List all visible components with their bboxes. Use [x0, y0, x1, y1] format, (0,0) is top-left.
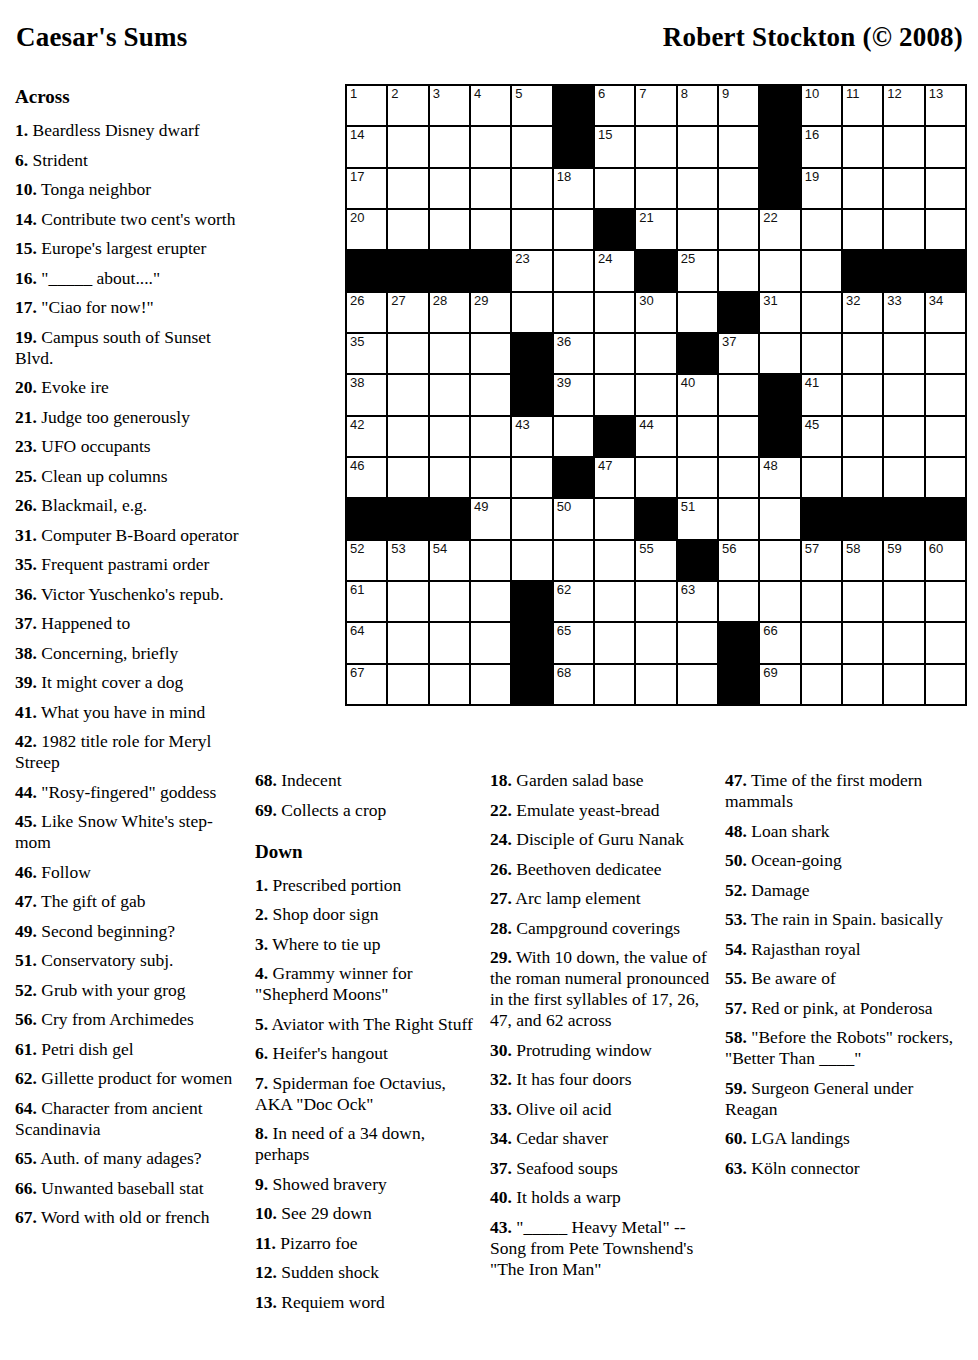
- cell-number: 61: [350, 583, 364, 596]
- grid-cell[interactable]: [719, 127, 758, 166]
- black-cell: [554, 127, 593, 166]
- grid-cell[interactable]: [926, 417, 965, 456]
- grid-cell[interactable]: [843, 623, 882, 662]
- grid-cell[interactable]: [802, 251, 841, 290]
- grid-cell[interactable]: [430, 334, 469, 373]
- clue-down-8: 8 In need of a 34 down, perhaps: [255, 1123, 482, 1165]
- grid-cell[interactable]: [802, 665, 841, 704]
- clue-number: 54: [725, 939, 747, 959]
- grid-cell[interactable]: 3: [430, 86, 469, 125]
- black-cell: [760, 417, 799, 456]
- black-cell: [595, 417, 634, 456]
- grid-cell[interactable]: [636, 169, 675, 208]
- grid-cell[interactable]: 28: [430, 293, 469, 332]
- clue-across-25: 25 Clean up columns: [15, 466, 248, 487]
- black-cell: [636, 499, 675, 538]
- grid-cell[interactable]: [678, 293, 717, 332]
- grid-cell[interactable]: [471, 169, 510, 208]
- grid-cell[interactable]: [636, 375, 675, 414]
- grid-cell[interactable]: 14: [347, 127, 386, 166]
- grid-cell[interactable]: [636, 127, 675, 166]
- grid-cell[interactable]: 36: [554, 334, 593, 373]
- cell-number: 35: [350, 335, 364, 348]
- cell-number: 32: [846, 294, 860, 307]
- grid-cell[interactable]: 47: [595, 458, 634, 497]
- clue-text: Collects a crop: [281, 800, 386, 820]
- grid-cell[interactable]: 41: [802, 375, 841, 414]
- grid-cell[interactable]: 54: [430, 541, 469, 580]
- grid-cell[interactable]: [678, 169, 717, 208]
- clue-down-12: 12 Sudden shock: [255, 1262, 482, 1283]
- grid-cell[interactable]: [884, 665, 923, 704]
- black-cell: [347, 251, 386, 290]
- clue-number: 37: [490, 1158, 512, 1178]
- grid-cell[interactable]: 7: [636, 86, 675, 125]
- grid-cell[interactable]: [884, 582, 923, 621]
- grid-cell[interactable]: 13: [926, 86, 965, 125]
- cell-number: 67: [350, 666, 364, 679]
- clue-number: 35: [15, 554, 37, 574]
- clue-across-1: 1 Beardless Disney dwarf: [15, 120, 248, 141]
- clue-number: 41: [15, 702, 37, 722]
- grid-cell[interactable]: 20: [347, 210, 386, 249]
- grid-cell[interactable]: [430, 623, 469, 662]
- grid-cell[interactable]: 42: [347, 417, 386, 456]
- grid-cell[interactable]: [719, 210, 758, 249]
- grid-cell[interactable]: 12: [884, 86, 923, 125]
- grid-cell[interactable]: [388, 334, 427, 373]
- clue-text: Aviator with The Right Stuff: [272, 1014, 473, 1034]
- clue-number: 33: [490, 1099, 512, 1119]
- cell-number: 29: [474, 294, 488, 307]
- cell-number: 7: [639, 87, 646, 100]
- cell-number: 16: [805, 128, 819, 141]
- grid-cell[interactable]: 21: [636, 210, 675, 249]
- down-clue-list-2: 18 Garden salad base22 Emulate yeast-bre…: [490, 770, 717, 1288]
- grid-cell[interactable]: 37: [719, 334, 758, 373]
- grid-cell[interactable]: [636, 623, 675, 662]
- grid-cell[interactable]: [760, 334, 799, 373]
- grid-cell[interactable]: 51: [678, 499, 717, 538]
- grid-cell[interactable]: 4: [471, 86, 510, 125]
- grid-cell[interactable]: 49: [471, 499, 510, 538]
- page-header: Caesar's Sums Robert Stockton (© 2008): [16, 22, 963, 53]
- clue-text: The gift of gab: [41, 891, 145, 911]
- grid-cell[interactable]: [843, 334, 882, 373]
- grid-cell[interactable]: [595, 334, 634, 373]
- grid-cell[interactable]: [388, 417, 427, 456]
- grid-cell[interactable]: [554, 541, 593, 580]
- black-cell: [719, 293, 758, 332]
- grid-cell[interactable]: [843, 665, 882, 704]
- grid-cell[interactable]: 23: [512, 251, 551, 290]
- grid-cell[interactable]: 62: [554, 582, 593, 621]
- grid-cell[interactable]: [595, 169, 634, 208]
- clue-number: 53: [725, 909, 747, 929]
- grid-cell[interactable]: [471, 210, 510, 249]
- grid-cell[interactable]: [843, 127, 882, 166]
- grid-cell[interactable]: 19: [802, 169, 841, 208]
- black-cell: [719, 623, 758, 662]
- grid-cell[interactable]: [471, 375, 510, 414]
- grid-cell[interactable]: [430, 582, 469, 621]
- grid-cell[interactable]: [595, 541, 634, 580]
- clue-number: 58: [725, 1027, 747, 1047]
- clue-across-36: 36 Victor Yuschenko's repub.: [15, 584, 248, 605]
- clue-number: 22: [490, 800, 512, 820]
- clue-down-1: 1 Prescribed portion: [255, 875, 482, 896]
- grid-cell[interactable]: [388, 665, 427, 704]
- black-cell: [554, 458, 593, 497]
- grid-cell[interactable]: [636, 665, 675, 704]
- grid-cell[interactable]: [802, 623, 841, 662]
- grid-cell[interactable]: [802, 293, 841, 332]
- clue-across-42: 42 1982 title role for Meryl Streep: [15, 731, 248, 773]
- clue-text: Campus south of Sunset Blvd.: [15, 327, 211, 368]
- grid-cell[interactable]: 30: [636, 293, 675, 332]
- grid-cell[interactable]: 46: [347, 458, 386, 497]
- grid-cell[interactable]: [430, 210, 469, 249]
- grid-cell[interactable]: [926, 458, 965, 497]
- clue-number: 28: [490, 918, 512, 938]
- grid-cell[interactable]: [554, 293, 593, 332]
- grid-cell[interactable]: 60: [926, 541, 965, 580]
- grid-cell[interactable]: [430, 127, 469, 166]
- clue-down-26: 26 Beethoven dedicatee: [490, 859, 717, 880]
- grid-cell[interactable]: [678, 665, 717, 704]
- grid-cell[interactable]: 55: [636, 541, 675, 580]
- clue-down-59: 59 Surgeon General under Reagan: [725, 1078, 969, 1120]
- clue-across-21: 21 Judge too generously: [15, 407, 248, 428]
- grid-cell[interactable]: 6: [595, 86, 634, 125]
- clue-down-53: 53 The rain in Spain. basically: [725, 909, 969, 930]
- clue-text: Blackmail, e.g.: [41, 495, 147, 515]
- cell-number: 51: [681, 500, 695, 513]
- crossword-grid: 1234567891011121314151617181920212223242…: [345, 84, 967, 706]
- grid-cell[interactable]: [471, 417, 510, 456]
- page-title: Caesar's Sums: [16, 22, 187, 53]
- clue-across-41: 41 What you have in mind: [15, 702, 248, 723]
- clue-text: 1982 title role for Meryl Streep: [15, 731, 211, 772]
- grid-cell[interactable]: [884, 334, 923, 373]
- grid-cell[interactable]: [595, 293, 634, 332]
- grid-cell[interactable]: 8: [678, 86, 717, 125]
- grid-cell[interactable]: [636, 582, 675, 621]
- grid-cell[interactable]: [760, 582, 799, 621]
- clue-across-17: 17 "Ciao for now!": [15, 297, 248, 318]
- grid-cell[interactable]: [471, 541, 510, 580]
- grid-cell[interactable]: [636, 458, 675, 497]
- grid-cell[interactable]: 57: [802, 541, 841, 580]
- grid-cell[interactable]: [926, 582, 965, 621]
- grid-cell[interactable]: 5: [512, 86, 551, 125]
- clue-down-28: 28 Campground coverings: [490, 918, 717, 939]
- clue-text: Victor Yuschenko's repub.: [41, 584, 224, 604]
- grid-cell[interactable]: 17: [347, 169, 386, 208]
- grid-cell[interactable]: [719, 251, 758, 290]
- grid-cell[interactable]: [512, 210, 551, 249]
- clue-text: Tonga neighbor: [41, 179, 151, 199]
- across-clue-list: 1 Beardless Disney dwarf6 Strident10 Ton…: [15, 120, 248, 1228]
- grid-cell[interactable]: [430, 375, 469, 414]
- black-cell: [388, 499, 427, 538]
- grid-cell[interactable]: [388, 582, 427, 621]
- clue-number: 10: [15, 179, 37, 199]
- clue-across-31: 31 Computer B-Board operator: [15, 525, 248, 546]
- grid-cell[interactable]: [802, 458, 841, 497]
- grid-cell[interactable]: [512, 127, 551, 166]
- grid-cell[interactable]: [471, 458, 510, 497]
- grid-cell[interactable]: 10: [802, 86, 841, 125]
- grid-cell[interactable]: [719, 417, 758, 456]
- grid-cell[interactable]: 38: [347, 375, 386, 414]
- grid-cell[interactable]: [884, 375, 923, 414]
- grid-cell[interactable]: [719, 375, 758, 414]
- clue-number: 27: [490, 888, 512, 908]
- grid-cell[interactable]: 11: [843, 86, 882, 125]
- grid-cell[interactable]: [926, 665, 965, 704]
- grid-cell[interactable]: [926, 169, 965, 208]
- clue-down-63: 63 Köln connector: [725, 1158, 969, 1179]
- grid-cell[interactable]: [636, 334, 675, 373]
- grid-cell[interactable]: [388, 127, 427, 166]
- clue-down-3: 3 Where to tie up: [255, 934, 482, 955]
- black-cell: [719, 665, 758, 704]
- clue-text: Clean up columns: [41, 466, 167, 486]
- clue-number: 68: [255, 770, 277, 790]
- grid-cell[interactable]: 24: [595, 251, 634, 290]
- clue-text: "Before the Robots" rockers, "Better Tha…: [725, 1027, 953, 1068]
- grid-cell[interactable]: 58: [843, 541, 882, 580]
- grid-cell[interactable]: [430, 417, 469, 456]
- grid-cell[interactable]: [554, 251, 593, 290]
- grid-cell[interactable]: [678, 127, 717, 166]
- grid-cell[interactable]: 1: [347, 86, 386, 125]
- grid-cell[interactable]: 45: [802, 417, 841, 456]
- grid-cell[interactable]: [430, 458, 469, 497]
- black-cell: [884, 251, 923, 290]
- clue-number: 40: [490, 1187, 512, 1207]
- grid-cell[interactable]: [554, 417, 593, 456]
- clue-down-18: 18 Garden salad base: [490, 770, 717, 791]
- down-header: Down: [255, 841, 482, 863]
- grid-cell[interactable]: [471, 127, 510, 166]
- clue-down-13: 13 Requiem word: [255, 1292, 482, 1313]
- grid-cell[interactable]: 68: [554, 665, 593, 704]
- grid-cell[interactable]: [843, 169, 882, 208]
- grid-cell[interactable]: 66: [760, 623, 799, 662]
- grid-cell[interactable]: [512, 293, 551, 332]
- grid-cell[interactable]: 32: [843, 293, 882, 332]
- cell-number: 30: [639, 294, 653, 307]
- cell-number: 3: [433, 87, 440, 100]
- clue-text: Frequent pastrami order: [41, 554, 209, 574]
- grid-cell[interactable]: [760, 541, 799, 580]
- grid-cell[interactable]: [760, 251, 799, 290]
- cell-number: 13: [929, 87, 943, 100]
- grid-cell[interactable]: 33: [884, 293, 923, 332]
- grid-cell[interactable]: 59: [884, 541, 923, 580]
- grid-cell[interactable]: [512, 499, 551, 538]
- grid-cell[interactable]: 39: [554, 375, 593, 414]
- grid-cell[interactable]: 40: [678, 375, 717, 414]
- grid-cell[interactable]: [678, 458, 717, 497]
- grid-cell[interactable]: [926, 334, 965, 373]
- grid-cell[interactable]: 61: [347, 582, 386, 621]
- grid-cell[interactable]: [471, 582, 510, 621]
- grid-cell[interactable]: [388, 169, 427, 208]
- grid-cell[interactable]: 65: [554, 623, 593, 662]
- cell-number: 26: [350, 294, 364, 307]
- grid-cell[interactable]: [926, 210, 965, 249]
- grid-cell[interactable]: 50: [554, 499, 593, 538]
- grid-cell[interactable]: [554, 210, 593, 249]
- grid-cell[interactable]: [512, 541, 551, 580]
- grid-cell[interactable]: [388, 210, 427, 249]
- grid-cell[interactable]: 53: [388, 541, 427, 580]
- grid-cell[interactable]: 64: [347, 623, 386, 662]
- grid-cell[interactable]: 22: [760, 210, 799, 249]
- clue-text: Time of the first modern mammals: [725, 770, 922, 811]
- grid-cell[interactable]: [884, 417, 923, 456]
- grid-cell[interactable]: [388, 458, 427, 497]
- grid-cell[interactable]: [678, 417, 717, 456]
- grid-cell[interactable]: 35: [347, 334, 386, 373]
- grid-cell[interactable]: [512, 458, 551, 497]
- cell-number: 42: [350, 418, 364, 431]
- clue-number: 21: [15, 407, 37, 427]
- clue-number: 17: [15, 297, 37, 317]
- grid-cell[interactable]: 2: [388, 86, 427, 125]
- cell-number: 1: [350, 87, 357, 100]
- grid-cell[interactable]: [926, 623, 965, 662]
- cell-number: 14: [350, 128, 364, 141]
- grid-cell[interactable]: [843, 458, 882, 497]
- grid-cell[interactable]: [802, 334, 841, 373]
- grid-cell[interactable]: 34: [926, 293, 965, 332]
- grid-cell[interactable]: [884, 458, 923, 497]
- grid-cell[interactable]: 25: [678, 251, 717, 290]
- grid-cell[interactable]: [430, 169, 469, 208]
- grid-cell[interactable]: [843, 375, 882, 414]
- grid-cell[interactable]: [678, 623, 717, 662]
- grid-cell[interactable]: [884, 623, 923, 662]
- black-cell: [678, 334, 717, 373]
- clue-text: Grammy winner for "Shepherd Moons": [255, 963, 412, 1004]
- grid-cell[interactable]: [843, 417, 882, 456]
- clue-across-10: 10 Tonga neighbor: [15, 179, 248, 200]
- cell-number: 49: [474, 500, 488, 513]
- clue-number: 29: [490, 947, 512, 967]
- black-cell: [512, 375, 551, 414]
- grid-cell[interactable]: 69: [760, 665, 799, 704]
- clue-across-49: 49 Second beginning?: [15, 921, 248, 942]
- grid-cell[interactable]: 44: [636, 417, 675, 456]
- grid-cell[interactable]: [595, 582, 634, 621]
- clue-down-9: 9 Showed bravery: [255, 1174, 482, 1195]
- clue-number: 12: [255, 1262, 277, 1282]
- clue-number: 4: [255, 963, 268, 983]
- grid-cell[interactable]: [843, 210, 882, 249]
- grid-cell[interactable]: [719, 582, 758, 621]
- cell-number: 63: [681, 583, 695, 596]
- grid-cell[interactable]: 67: [347, 665, 386, 704]
- grid-cell[interactable]: 29: [471, 293, 510, 332]
- cell-number: 19: [805, 170, 819, 183]
- grid-cell[interactable]: [884, 169, 923, 208]
- grid-cell[interactable]: [678, 210, 717, 249]
- grid-cell[interactable]: [719, 499, 758, 538]
- clue-text: Ocean-going: [751, 850, 841, 870]
- grid-cell[interactable]: [388, 375, 427, 414]
- grid-cell[interactable]: [595, 623, 634, 662]
- grid-cell[interactable]: [843, 582, 882, 621]
- grid-cell[interactable]: [926, 127, 965, 166]
- grid-cell[interactable]: [595, 499, 634, 538]
- grid-cell[interactable]: [802, 582, 841, 621]
- grid-cell[interactable]: 18: [554, 169, 593, 208]
- clue-text: Character from ancient Scandinavia: [15, 1098, 203, 1139]
- clue-number: 1: [255, 875, 268, 895]
- clue-text: Beethoven dedicatee: [516, 859, 661, 879]
- cell-number: 43: [515, 418, 529, 431]
- grid-cell[interactable]: 63: [678, 582, 717, 621]
- grid-cell[interactable]: 15: [595, 127, 634, 166]
- grid-cell[interactable]: 16: [802, 127, 841, 166]
- clue-number: 14: [15, 209, 37, 229]
- black-cell: [471, 251, 510, 290]
- black-cell: [802, 499, 841, 538]
- clue-across-69: 69 Collects a crop: [255, 800, 482, 821]
- grid-cell[interactable]: [512, 169, 551, 208]
- clue-text: Where to tie up: [272, 934, 380, 954]
- grid-cell[interactable]: [471, 623, 510, 662]
- grid-cell[interactable]: [471, 334, 510, 373]
- clue-across-45: 45 Like Snow White's step-mom: [15, 811, 248, 853]
- grid-cell[interactable]: [719, 169, 758, 208]
- grid-cell[interactable]: [595, 375, 634, 414]
- grid-cell[interactable]: 43: [512, 417, 551, 456]
- cell-number: 21: [639, 211, 653, 224]
- cell-number: 41: [805, 376, 819, 389]
- grid-cell[interactable]: 48: [760, 458, 799, 497]
- grid-cell[interactable]: [595, 665, 634, 704]
- black-cell: [512, 334, 551, 373]
- grid-cell[interactable]: 52: [347, 541, 386, 580]
- clue-number: 51: [15, 950, 37, 970]
- grid-cell[interactable]: [926, 375, 965, 414]
- grid-cell[interactable]: 56: [719, 541, 758, 580]
- clue-across-6: 6 Strident: [15, 150, 248, 171]
- cell-number: 38: [350, 376, 364, 389]
- grid-cell[interactable]: [802, 210, 841, 249]
- cell-number: 52: [350, 542, 364, 555]
- clue-text: "_____ about....": [41, 268, 160, 288]
- grid-cell[interactable]: [719, 458, 758, 497]
- grid-cell[interactable]: 27: [388, 293, 427, 332]
- grid-cell[interactable]: 26: [347, 293, 386, 332]
- grid-cell[interactable]: 9: [719, 86, 758, 125]
- grid-cell[interactable]: [760, 499, 799, 538]
- grid-cell[interactable]: [388, 623, 427, 662]
- cell-number: 64: [350, 624, 364, 637]
- grid-cell[interactable]: [884, 210, 923, 249]
- clue-text: It has four doors: [516, 1069, 631, 1089]
- grid-cell[interactable]: [430, 665, 469, 704]
- grid-cell[interactable]: [884, 127, 923, 166]
- grid-cell[interactable]: 31: [760, 293, 799, 332]
- grid-cell[interactable]: [471, 665, 510, 704]
